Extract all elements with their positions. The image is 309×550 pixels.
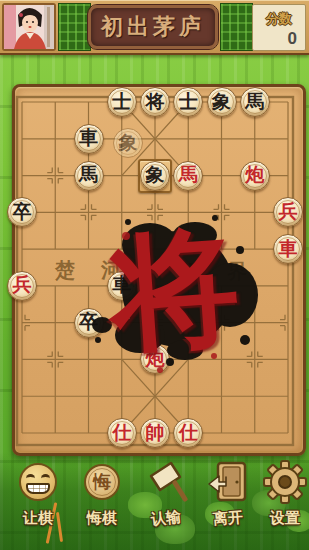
score-panel: 分数 0	[252, 4, 306, 51]
piece-red-帥[interactable]: 帥	[140, 418, 170, 448]
undo-disc-icon: 悔	[80, 460, 124, 504]
piece-black-馬[interactable]: 馬	[74, 161, 104, 191]
score-value: 0	[288, 29, 297, 49]
undo-button[interactable]: 悔 悔棋	[73, 460, 131, 528]
bamboo-panel-right	[220, 3, 253, 51]
piece-black-車[interactable]: 車	[107, 271, 137, 301]
piece-black-車[interactable]: 車	[74, 124, 104, 154]
yield-move-button[interactable]: 让棋	[9, 460, 67, 528]
piece-red-馬[interactable]: 馬	[173, 161, 203, 191]
woman-portrait-icon	[4, 5, 54, 49]
gear-icon	[263, 460, 307, 504]
piece-black-士[interactable]: 士	[107, 87, 137, 117]
leave-button[interactable]: 离开	[199, 460, 257, 528]
piece-black-将[interactable]: 将	[140, 87, 170, 117]
piece-red-車[interactable]: 車	[273, 234, 303, 264]
exit-door-icon	[206, 460, 250, 504]
piece-red-炮[interactable]: 炮	[240, 161, 270, 191]
resign-button[interactable]: 认输	[137, 460, 195, 528]
score-label: 分数	[253, 10, 305, 28]
bamboo-panel-left	[58, 3, 91, 51]
level-title: 初出茅庐	[101, 12, 205, 42]
level-plaque: 初出茅庐	[88, 5, 218, 49]
piece-black-象[interactable]: 象	[140, 161, 170, 191]
ghost-piece-black-象: 象	[113, 128, 143, 158]
piece-black-卒[interactable]: 卒	[74, 308, 104, 338]
piece-black-象[interactable]: 象	[207, 87, 237, 117]
settings-button[interactable]: 设置	[256, 460, 309, 528]
player-avatar	[2, 3, 56, 51]
header-bar: 初出茅庐 分数 0	[0, 0, 309, 55]
white-flag-icon	[144, 460, 188, 504]
river-text-right: 汉界	[181, 258, 273, 285]
piece-red-仕[interactable]: 仕	[107, 418, 137, 448]
smiley-icon	[16, 460, 60, 504]
piece-black-馬[interactable]: 馬	[240, 87, 270, 117]
xiangqi-game-screen: 初出茅庐 分数 0 楚河 汉界 士将士象馬車馬象卒車卒馬炮兵車兵炮仕帥仕象	[0, 0, 309, 550]
piece-red-兵[interactable]: 兵	[7, 271, 37, 301]
